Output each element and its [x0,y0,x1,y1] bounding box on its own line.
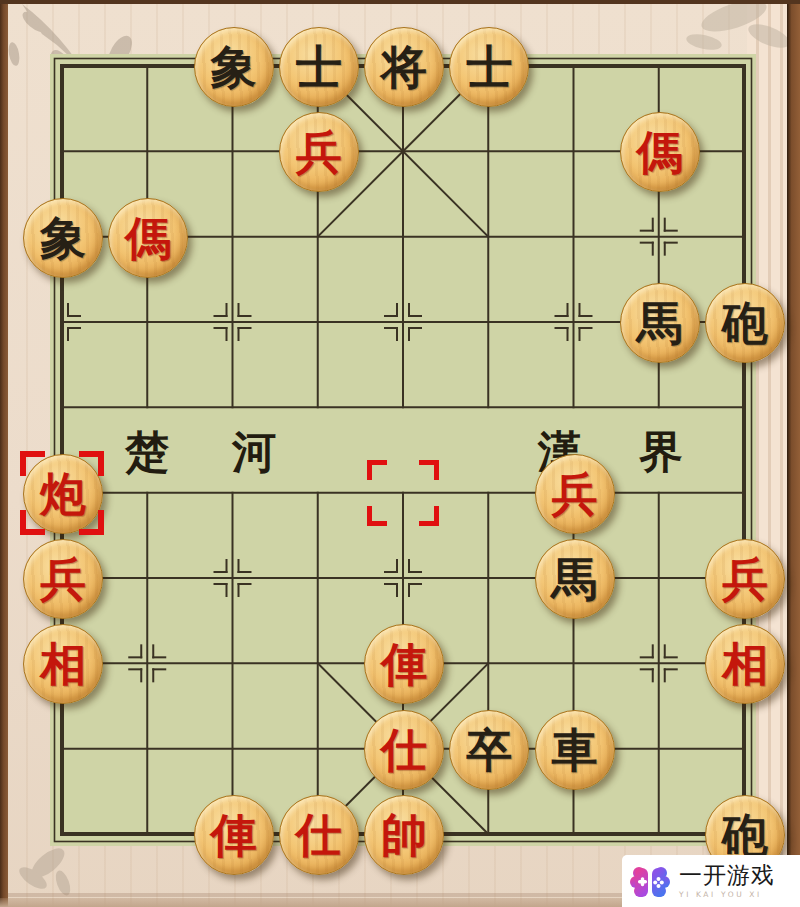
piece-red-horse[interactable]: 傌 [620,112,700,192]
piece-black-soldier[interactable]: 卒 [449,710,529,790]
piece-black-advisor[interactable]: 士 [279,27,359,107]
piece-red-soldier[interactable]: 兵 [279,112,359,192]
piece-red-advisor[interactable]: 仕 [364,710,444,790]
piece-red-cannon[interactable]: 炮 [23,454,103,534]
piece-red-advisor[interactable]: 仕 [279,795,359,875]
watermark-title: 一开游戏 [679,864,775,887]
river-label-chu: 楚 [125,423,169,482]
piece-red-soldier[interactable]: 兵 [23,539,103,619]
piece-black-advisor[interactable]: 士 [449,27,529,107]
piece-black-elephant[interactable]: 象 [23,198,103,278]
watermark-logo-icon [629,860,671,902]
piece-red-soldier[interactable]: 兵 [705,539,785,619]
piece-red-chariot[interactable]: 俥 [194,795,274,875]
watermark-subtitle: YI KAI YOU XI [679,891,762,899]
piece-red-horse[interactable]: 傌 [108,198,188,278]
piece-red-soldier[interactable]: 兵 [535,454,615,534]
piece-black-general[interactable]: 将 [364,27,444,107]
watermark-badge: 一开游戏 YI KAI YOU XI [622,855,800,907]
xiangqi-board[interactable]: 楚 河 漢 界 象士将士兵傌象傌馬砲炮兵兵馬兵相俥相仕卒車俥仕帥砲 [0,0,800,907]
piece-black-horse[interactable]: 馬 [535,539,615,619]
piece-black-cannon[interactable]: 砲 [705,283,785,363]
piece-black-elephant[interactable]: 象 [194,27,274,107]
piece-red-general[interactable]: 帥 [364,795,444,875]
piece-red-chariot[interactable]: 俥 [364,624,444,704]
piece-red-elephant[interactable]: 相 [23,624,103,704]
piece-black-horse[interactable]: 馬 [620,283,700,363]
river-label-jie: 界 [639,423,683,482]
river-label-he: 河 [232,423,276,482]
xiangqi-game-screen: 楚 河 漢 界 象士将士兵傌象傌馬砲炮兵兵馬兵相俥相仕卒車俥仕帥砲 [0,0,800,907]
piece-red-elephant[interactable]: 相 [705,624,785,704]
piece-black-chariot[interactable]: 車 [535,710,615,790]
